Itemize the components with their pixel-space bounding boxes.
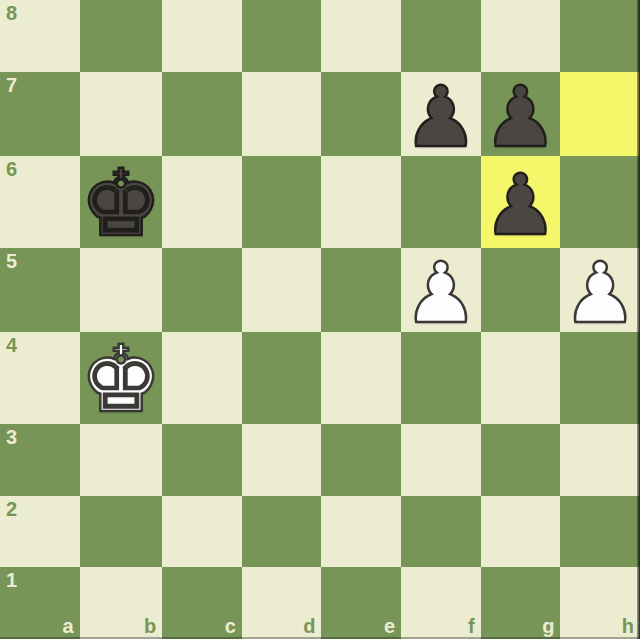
rank-label-7: 7 bbox=[6, 75, 17, 95]
file-label-c: c bbox=[225, 616, 236, 636]
chess-board: 87♟♟6♚♟5♟♟4♚321abcdefgh bbox=[0, 0, 640, 639]
square-h8[interactable] bbox=[560, 0, 640, 72]
square-d3[interactable] bbox=[242, 424, 322, 496]
square-d6[interactable] bbox=[242, 156, 322, 248]
square-b7[interactable] bbox=[80, 72, 162, 156]
square-a5[interactable]: 5 bbox=[0, 248, 80, 332]
square-e6[interactable] bbox=[321, 156, 401, 248]
black-pawn[interactable]: ♟ bbox=[483, 75, 558, 159]
black-king[interactable]: ♚ bbox=[80, 157, 162, 249]
square-g6[interactable]: ♟ bbox=[481, 156, 561, 248]
square-e8[interactable] bbox=[321, 0, 401, 72]
square-e2[interactable] bbox=[321, 496, 401, 568]
square-h4[interactable] bbox=[560, 332, 640, 424]
square-c7[interactable] bbox=[162, 72, 242, 156]
square-h5[interactable]: ♟ bbox=[560, 248, 640, 332]
square-a6[interactable]: 6 bbox=[0, 156, 80, 248]
square-g3[interactable] bbox=[481, 424, 561, 496]
square-c2[interactable] bbox=[162, 496, 242, 568]
square-e1[interactable]: e bbox=[321, 567, 401, 639]
square-f5[interactable]: ♟ bbox=[401, 248, 481, 332]
square-f3[interactable] bbox=[401, 424, 481, 496]
square-h3[interactable] bbox=[560, 424, 640, 496]
square-f1[interactable]: f bbox=[401, 567, 481, 639]
square-a1[interactable]: 1a bbox=[0, 567, 80, 639]
square-h1[interactable]: h bbox=[560, 567, 640, 639]
square-g5[interactable] bbox=[481, 248, 561, 332]
white-pawn[interactable]: ♟ bbox=[403, 251, 478, 335]
square-b3[interactable] bbox=[80, 424, 162, 496]
square-f6[interactable] bbox=[401, 156, 481, 248]
file-label-g: g bbox=[542, 616, 554, 636]
square-h6[interactable] bbox=[560, 156, 640, 248]
white-king[interactable]: ♚ bbox=[80, 333, 162, 425]
square-c3[interactable] bbox=[162, 424, 242, 496]
rank-label-6: 6 bbox=[6, 159, 17, 179]
square-a4[interactable]: 4 bbox=[0, 332, 80, 424]
square-c6[interactable] bbox=[162, 156, 242, 248]
square-f2[interactable] bbox=[401, 496, 481, 568]
white-pawn[interactable]: ♟ bbox=[563, 251, 638, 335]
square-f7[interactable]: ♟ bbox=[401, 72, 481, 156]
square-h2[interactable] bbox=[560, 496, 640, 568]
square-c8[interactable] bbox=[162, 0, 242, 72]
square-a8[interactable]: 8 bbox=[0, 0, 80, 72]
square-g2[interactable] bbox=[481, 496, 561, 568]
square-e4[interactable] bbox=[321, 332, 401, 424]
rank-label-4: 4 bbox=[6, 335, 17, 355]
square-b6[interactable]: ♚ bbox=[80, 156, 162, 248]
square-a7[interactable]: 7 bbox=[0, 72, 80, 156]
black-pawn[interactable]: ♟ bbox=[403, 75, 478, 159]
rank-label-5: 5 bbox=[6, 251, 17, 271]
square-e5[interactable] bbox=[321, 248, 401, 332]
square-c5[interactable] bbox=[162, 248, 242, 332]
file-label-a: a bbox=[63, 616, 74, 636]
file-label-h: h bbox=[622, 616, 634, 636]
rank-label-2: 2 bbox=[6, 499, 17, 519]
square-d1[interactable]: d bbox=[242, 567, 322, 639]
file-label-b: b bbox=[144, 616, 156, 636]
file-label-d: d bbox=[303, 616, 315, 636]
square-g1[interactable]: g bbox=[481, 567, 561, 639]
rank-label-3: 3 bbox=[6, 427, 17, 447]
square-a3[interactable]: 3 bbox=[0, 424, 80, 496]
square-b2[interactable] bbox=[80, 496, 162, 568]
black-pawn[interactable]: ♟ bbox=[483, 163, 558, 247]
square-f8[interactable] bbox=[401, 0, 481, 72]
square-g8[interactable] bbox=[481, 0, 561, 72]
square-g7[interactable]: ♟ bbox=[481, 72, 561, 156]
square-b4[interactable]: ♚ bbox=[80, 332, 162, 424]
square-b1[interactable]: b bbox=[80, 567, 162, 639]
square-e3[interactable] bbox=[321, 424, 401, 496]
square-g4[interactable] bbox=[481, 332, 561, 424]
rank-label-1: 1 bbox=[6, 570, 17, 590]
square-d7[interactable] bbox=[242, 72, 322, 156]
square-d5[interactable] bbox=[242, 248, 322, 332]
file-label-f: f bbox=[468, 616, 475, 636]
square-d2[interactable] bbox=[242, 496, 322, 568]
square-c1[interactable]: c bbox=[162, 567, 242, 639]
square-d4[interactable] bbox=[242, 332, 322, 424]
rank-label-8: 8 bbox=[6, 3, 17, 23]
square-e7[interactable] bbox=[321, 72, 401, 156]
square-d8[interactable] bbox=[242, 0, 322, 72]
square-b8[interactable] bbox=[80, 0, 162, 72]
square-f4[interactable] bbox=[401, 332, 481, 424]
square-h7[interactable] bbox=[560, 72, 640, 156]
square-c4[interactable] bbox=[162, 332, 242, 424]
file-label-e: e bbox=[384, 616, 395, 636]
square-a2[interactable]: 2 bbox=[0, 496, 80, 568]
square-b5[interactable] bbox=[80, 248, 162, 332]
